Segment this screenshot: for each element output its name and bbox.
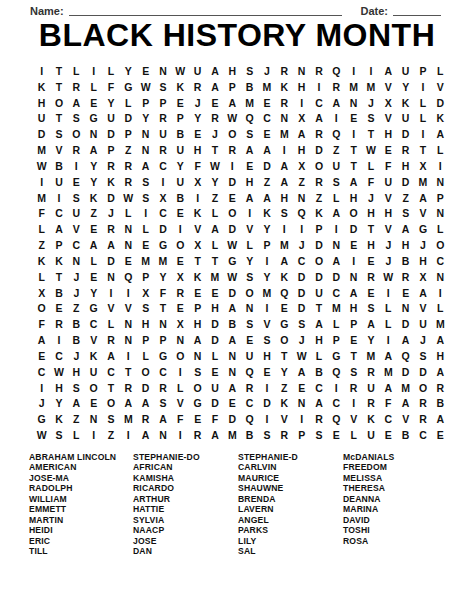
grid-cell[interactable]: N bbox=[102, 269, 119, 285]
grid-cell[interactable]: I bbox=[293, 411, 310, 427]
grid-cell[interactable]: L bbox=[137, 348, 154, 364]
grid-cell[interactable]: W bbox=[172, 63, 189, 79]
grid-cell[interactable]: Y bbox=[276, 364, 293, 380]
grid-cell[interactable]: A bbox=[276, 158, 293, 174]
grid-cell[interactable]: A bbox=[328, 95, 345, 111]
grid-cell[interactable]: T bbox=[50, 79, 67, 95]
grid-cell[interactable]: L bbox=[120, 205, 137, 221]
grid-cell[interactable]: A bbox=[380, 63, 397, 79]
grid-cell[interactable]: E bbox=[137, 237, 154, 253]
grid-cell[interactable]: D bbox=[397, 316, 414, 332]
grid-cell[interactable]: F bbox=[102, 79, 119, 95]
grid-cell[interactable]: I bbox=[414, 126, 431, 142]
grid-cell[interactable]: D bbox=[224, 174, 241, 190]
grid-cell[interactable]: H bbox=[380, 126, 397, 142]
grid-cell[interactable]: E bbox=[258, 95, 275, 111]
grid-cell[interactable]: U bbox=[154, 126, 171, 142]
grid-cell[interactable]: H bbox=[362, 237, 379, 253]
grid-cell[interactable]: R bbox=[310, 411, 327, 427]
grid-cell[interactable]: S bbox=[50, 126, 67, 142]
grid-cell[interactable]: S bbox=[397, 205, 414, 221]
grid-cell[interactable]: X bbox=[189, 237, 206, 253]
grid-cell[interactable]: I bbox=[310, 79, 327, 95]
grid-cell[interactable]: N bbox=[328, 237, 345, 253]
grid-cell[interactable]: D bbox=[206, 332, 223, 348]
grid-cell[interactable]: A bbox=[224, 95, 241, 111]
grid-cell[interactable]: H bbox=[414, 253, 431, 269]
grid-cell[interactable]: I bbox=[414, 79, 431, 95]
grid-cell[interactable]: Y bbox=[258, 221, 275, 237]
grid-cell[interactable]: L bbox=[432, 63, 449, 79]
grid-cell[interactable]: I bbox=[328, 221, 345, 237]
grid-cell[interactable]: A bbox=[414, 190, 431, 206]
grid-cell[interactable]: E bbox=[362, 285, 379, 301]
grid-cell[interactable]: I bbox=[380, 285, 397, 301]
grid-cell[interactable]: L bbox=[68, 427, 85, 443]
grid-cell[interactable]: Y bbox=[241, 253, 258, 269]
grid-cell[interactable]: H bbox=[345, 300, 362, 316]
grid-cell[interactable]: H bbox=[345, 190, 362, 206]
grid-cell[interactable]: D bbox=[345, 221, 362, 237]
grid-cell[interactable]: B bbox=[397, 427, 414, 443]
grid-cell[interactable]: V bbox=[258, 316, 275, 332]
grid-cell[interactable]: D bbox=[397, 364, 414, 380]
grid-cell[interactable]: U bbox=[172, 142, 189, 158]
grid-cell[interactable]: E bbox=[85, 221, 102, 237]
grid-cell[interactable]: R bbox=[224, 142, 241, 158]
grid-cell[interactable]: E bbox=[345, 237, 362, 253]
grid-cell[interactable]: A bbox=[397, 221, 414, 237]
grid-cell[interactable]: N bbox=[397, 300, 414, 316]
grid-cell[interactable]: L bbox=[85, 79, 102, 95]
grid-cell[interactable]: G bbox=[414, 221, 431, 237]
grid-cell[interactable]: S bbox=[137, 190, 154, 206]
grid-cell[interactable]: X bbox=[189, 174, 206, 190]
grid-cell[interactable]: S bbox=[68, 380, 85, 396]
grid-cell[interactable]: F bbox=[189, 158, 206, 174]
grid-cell[interactable]: M bbox=[258, 79, 275, 95]
grid-cell[interactable]: T bbox=[414, 142, 431, 158]
grid-cell[interactable]: M bbox=[362, 348, 379, 364]
grid-cell[interactable]: V bbox=[50, 142, 67, 158]
grid-cell[interactable]: V bbox=[380, 110, 397, 126]
grid-cell[interactable]: O bbox=[102, 395, 119, 411]
grid-cell[interactable]: H bbox=[380, 205, 397, 221]
grid-cell[interactable]: V bbox=[414, 205, 431, 221]
grid-cell[interactable]: I bbox=[432, 158, 449, 174]
grid-cell[interactable]: M bbox=[397, 380, 414, 396]
grid-cell[interactable]: E bbox=[85, 395, 102, 411]
grid-cell[interactable]: P bbox=[120, 126, 137, 142]
grid-cell[interactable]: A bbox=[328, 253, 345, 269]
grid-cell[interactable]: K bbox=[397, 95, 414, 111]
grid-cell[interactable]: B bbox=[68, 332, 85, 348]
grid-cell[interactable]: G bbox=[154, 237, 171, 253]
grid-cell[interactable]: T bbox=[50, 269, 67, 285]
grid-cell[interactable]: L bbox=[102, 63, 119, 79]
grid-cell[interactable]: Z bbox=[276, 380, 293, 396]
grid-cell[interactable]: G bbox=[276, 316, 293, 332]
grid-cell[interactable]: R bbox=[276, 427, 293, 443]
grid-cell[interactable]: I bbox=[293, 221, 310, 237]
grid-cell[interactable]: Y bbox=[85, 174, 102, 190]
grid-cell[interactable]: F bbox=[33, 316, 50, 332]
grid-cell[interactable]: R bbox=[310, 63, 327, 79]
grid-cell[interactable]: H bbox=[33, 95, 50, 111]
grid-cell[interactable]: R bbox=[120, 174, 137, 190]
grid-cell[interactable]: M bbox=[345, 79, 362, 95]
grid-cell[interactable]: C bbox=[154, 364, 171, 380]
grid-cell[interactable]: L bbox=[206, 237, 223, 253]
grid-cell[interactable]: A bbox=[328, 205, 345, 221]
grid-cell[interactable]: C bbox=[310, 380, 327, 396]
grid-cell[interactable]: O bbox=[33, 300, 50, 316]
grid-cell[interactable]: Q bbox=[328, 364, 345, 380]
grid-cell[interactable]: X bbox=[380, 95, 397, 111]
grid-cell[interactable]: A bbox=[397, 395, 414, 411]
grid-cell[interactable]: N bbox=[137, 142, 154, 158]
grid-cell[interactable]: N bbox=[241, 300, 258, 316]
grid-cell[interactable]: B bbox=[68, 316, 85, 332]
grid-cell[interactable]: K bbox=[50, 253, 67, 269]
grid-cell[interactable]: P bbox=[137, 332, 154, 348]
grid-cell[interactable]: R bbox=[276, 63, 293, 79]
grid-cell[interactable]: Q bbox=[276, 285, 293, 301]
grid-cell[interactable]: E bbox=[206, 95, 223, 111]
grid-cell[interactable]: X bbox=[414, 158, 431, 174]
grid-cell[interactable]: I bbox=[102, 285, 119, 301]
grid-cell[interactable]: U bbox=[362, 380, 379, 396]
grid-cell[interactable]: I bbox=[137, 205, 154, 221]
grid-cell[interactable]: N bbox=[293, 63, 310, 79]
grid-cell[interactable]: L bbox=[328, 316, 345, 332]
grid-cell[interactable]: S bbox=[293, 316, 310, 332]
grid-cell[interactable]: Z bbox=[258, 174, 275, 190]
grid-cell[interactable]: E bbox=[172, 253, 189, 269]
grid-cell[interactable]: M bbox=[414, 174, 431, 190]
grid-cell[interactable]: P bbox=[224, 79, 241, 95]
grid-cell[interactable]: A bbox=[293, 364, 310, 380]
grid-cell[interactable]: R bbox=[154, 380, 171, 396]
grid-cell[interactable]: T bbox=[189, 253, 206, 269]
grid-cell[interactable]: T bbox=[276, 348, 293, 364]
grid-cell[interactable]: A bbox=[310, 395, 327, 411]
grid-cell[interactable]: R bbox=[362, 269, 379, 285]
grid-cell[interactable]: R bbox=[328, 79, 345, 95]
grid-cell[interactable]: K bbox=[276, 269, 293, 285]
grid-cell[interactable]: K bbox=[310, 205, 327, 221]
grid-cell[interactable]: A bbox=[224, 300, 241, 316]
grid-cell[interactable]: U bbox=[362, 427, 379, 443]
grid-cell[interactable]: A bbox=[154, 411, 171, 427]
grid-cell[interactable]: N bbox=[293, 395, 310, 411]
grid-cell[interactable]: I bbox=[380, 332, 397, 348]
grid-cell[interactable]: S bbox=[102, 411, 119, 427]
grid-cell[interactable]: G bbox=[85, 110, 102, 126]
grid-cell[interactable]: K bbox=[189, 269, 206, 285]
grid-cell[interactable]: B bbox=[397, 253, 414, 269]
grid-cell[interactable]: Y bbox=[137, 110, 154, 126]
grid-cell[interactable]: I bbox=[293, 95, 310, 111]
grid-cell[interactable]: E bbox=[380, 142, 397, 158]
grid-cell[interactable]: R bbox=[102, 332, 119, 348]
grid-cell[interactable]: N bbox=[172, 332, 189, 348]
grid-cell[interactable]: C bbox=[102, 364, 119, 380]
grid-cell[interactable]: D bbox=[310, 142, 327, 158]
grid-cell[interactable]: H bbox=[189, 142, 206, 158]
grid-cell[interactable]: Y bbox=[120, 63, 137, 79]
grid-cell[interactable]: J bbox=[68, 285, 85, 301]
grid-cell[interactable]: D bbox=[397, 174, 414, 190]
grid-cell[interactable]: R bbox=[397, 269, 414, 285]
grid-cell[interactable]: A bbox=[432, 332, 449, 348]
grid-cell[interactable]: V bbox=[380, 79, 397, 95]
grid-cell[interactable]: J bbox=[189, 95, 206, 111]
grid-cell[interactable]: H bbox=[241, 174, 258, 190]
grid-cell[interactable]: A bbox=[432, 411, 449, 427]
grid-cell[interactable]: K bbox=[362, 411, 379, 427]
grid-cell[interactable]: A bbox=[345, 285, 362, 301]
grid-cell[interactable]: D bbox=[293, 269, 310, 285]
grid-cell[interactable]: J bbox=[68, 348, 85, 364]
grid-cell[interactable]: R bbox=[102, 221, 119, 237]
grid-cell[interactable]: N bbox=[137, 126, 154, 142]
grid-cell[interactable]: N bbox=[85, 126, 102, 142]
grid-cell[interactable]: N bbox=[120, 221, 137, 237]
grid-cell[interactable]: J bbox=[68, 269, 85, 285]
grid-cell[interactable]: K bbox=[85, 348, 102, 364]
grid-cell[interactable]: E bbox=[137, 63, 154, 79]
grid-cell[interactable]: S bbox=[154, 395, 171, 411]
grid-cell[interactable]: A bbox=[224, 332, 241, 348]
grid-cell[interactable]: K bbox=[276, 79, 293, 95]
grid-cell[interactable]: P bbox=[189, 300, 206, 316]
grid-cell[interactable]: T bbox=[345, 158, 362, 174]
grid-cell[interactable]: Y bbox=[206, 174, 223, 190]
grid-cell[interactable]: T bbox=[206, 253, 223, 269]
grid-cell[interactable]: H bbox=[397, 158, 414, 174]
grid-cell[interactable]: I bbox=[120, 348, 137, 364]
grid-cell[interactable]: S bbox=[258, 332, 275, 348]
grid-cell[interactable]: S bbox=[50, 427, 67, 443]
grid-cell[interactable]: A bbox=[68, 95, 85, 111]
grid-cell[interactable]: D bbox=[310, 237, 327, 253]
grid-cell[interactable]: Y bbox=[102, 95, 119, 111]
grid-cell[interactable]: U bbox=[397, 110, 414, 126]
grid-cell[interactable]: H bbox=[68, 364, 85, 380]
grid-cell[interactable]: E bbox=[206, 364, 223, 380]
grid-cell[interactable]: N bbox=[68, 253, 85, 269]
grid-cell[interactable]: R bbox=[120, 380, 137, 396]
grid-cell[interactable]: A bbox=[85, 142, 102, 158]
grid-cell[interactable]: I bbox=[432, 285, 449, 301]
grid-cell[interactable]: K bbox=[50, 411, 67, 427]
grid-cell[interactable]: P bbox=[137, 95, 154, 111]
grid-cell[interactable]: I bbox=[345, 126, 362, 142]
grid-cell[interactable]: O bbox=[310, 253, 327, 269]
grid-cell[interactable]: R bbox=[432, 380, 449, 396]
grid-cell[interactable]: L bbox=[432, 221, 449, 237]
grid-cell[interactable]: D bbox=[154, 221, 171, 237]
grid-cell[interactable]: W bbox=[120, 190, 137, 206]
grid-cell[interactable]: I bbox=[68, 158, 85, 174]
grid-cell[interactable]: I bbox=[85, 63, 102, 79]
grid-cell[interactable]: I bbox=[120, 427, 137, 443]
grid-cell[interactable]: T bbox=[310, 300, 327, 316]
grid-cell[interactable]: A bbox=[258, 190, 275, 206]
grid-cell[interactable]: F bbox=[380, 158, 397, 174]
grid-cell[interactable]: W bbox=[224, 269, 241, 285]
grid-cell[interactable]: L bbox=[206, 348, 223, 364]
grid-cell[interactable]: Z bbox=[120, 142, 137, 158]
grid-cell[interactable]: H bbox=[206, 300, 223, 316]
grid-cell[interactable]: N bbox=[432, 269, 449, 285]
grid-cell[interactable]: C bbox=[258, 110, 275, 126]
grid-cell[interactable]: I bbox=[362, 63, 379, 79]
grid-cell[interactable]: C bbox=[293, 253, 310, 269]
grid-cell[interactable]: I bbox=[258, 253, 275, 269]
grid-cell[interactable]: E bbox=[345, 110, 362, 126]
grid-cell[interactable]: D bbox=[102, 253, 119, 269]
grid-cell[interactable]: P bbox=[414, 63, 431, 79]
grid-cell[interactable]: R bbox=[241, 380, 258, 396]
grid-cell[interactable]: S bbox=[154, 79, 171, 95]
grid-cell[interactable]: D bbox=[206, 316, 223, 332]
grid-cell[interactable]: A bbox=[206, 63, 223, 79]
grid-cell[interactable]: F bbox=[380, 395, 397, 411]
grid-cell[interactable]: L bbox=[120, 95, 137, 111]
grid-cell[interactable]: B bbox=[310, 364, 327, 380]
grid-cell[interactable]: E bbox=[258, 364, 275, 380]
grid-cell[interactable]: S bbox=[362, 300, 379, 316]
grid-cell[interactable]: V bbox=[414, 300, 431, 316]
grid-cell[interactable]: U bbox=[102, 110, 119, 126]
grid-cell[interactable]: H bbox=[362, 205, 379, 221]
grid-cell[interactable]: B bbox=[241, 79, 258, 95]
grid-cell[interactable]: O bbox=[85, 380, 102, 396]
grid-cell[interactable]: F bbox=[33, 205, 50, 221]
grid-cell[interactable]: E bbox=[397, 285, 414, 301]
grid-cell[interactable]: T bbox=[345, 142, 362, 158]
grid-cell[interactable]: N bbox=[432, 174, 449, 190]
grid-cell[interactable]: I bbox=[172, 427, 189, 443]
grid-cell[interactable]: K bbox=[85, 190, 102, 206]
grid-cell[interactable]: K bbox=[33, 79, 50, 95]
grid-cell[interactable]: B bbox=[172, 126, 189, 142]
grid-cell[interactable]: E bbox=[345, 332, 362, 348]
grid-cell[interactable]: M bbox=[206, 269, 223, 285]
grid-cell[interactable]: X bbox=[172, 316, 189, 332]
grid-cell[interactable]: Y bbox=[258, 269, 275, 285]
grid-cell[interactable]: F bbox=[206, 411, 223, 427]
grid-cell[interactable]: E bbox=[276, 300, 293, 316]
grid-cell[interactable]: Y bbox=[85, 158, 102, 174]
grid-cell[interactable]: L bbox=[68, 63, 85, 79]
grid-cell[interactable]: E bbox=[224, 190, 241, 206]
grid-cell[interactable]: K bbox=[258, 205, 275, 221]
grid-cell[interactable]: N bbox=[154, 427, 171, 443]
grid-cell[interactable]: N bbox=[224, 348, 241, 364]
grid-cell[interactable]: U bbox=[380, 174, 397, 190]
grid-cell[interactable]: G bbox=[328, 348, 345, 364]
grid-cell[interactable]: I bbox=[85, 427, 102, 443]
grid-cell[interactable]: H bbox=[293, 142, 310, 158]
grid-cell[interactable]: S bbox=[241, 269, 258, 285]
grid-cell[interactable]: N bbox=[345, 269, 362, 285]
grid-cell[interactable]: Y bbox=[189, 110, 206, 126]
grid-cell[interactable]: S bbox=[189, 364, 206, 380]
grid-cell[interactable]: S bbox=[241, 316, 258, 332]
grid-cell[interactable]: A bbox=[241, 190, 258, 206]
grid-cell[interactable]: R bbox=[189, 79, 206, 95]
grid-cell[interactable]: I bbox=[241, 205, 258, 221]
grid-cell[interactable]: O bbox=[224, 126, 241, 142]
grid-cell[interactable]: S bbox=[328, 174, 345, 190]
grid-cell[interactable]: Q bbox=[241, 364, 258, 380]
grid-cell[interactable]: Q bbox=[293, 205, 310, 221]
grid-cell[interactable]: H bbox=[189, 316, 206, 332]
grid-cell[interactable]: L bbox=[241, 237, 258, 253]
grid-cell[interactable]: X bbox=[154, 190, 171, 206]
grid-cell[interactable]: M bbox=[241, 95, 258, 111]
grid-cell[interactable]: P bbox=[154, 95, 171, 111]
grid-cell[interactable]: Y bbox=[154, 269, 171, 285]
grid-cell[interactable]: L bbox=[85, 253, 102, 269]
grid-cell[interactable]: L bbox=[414, 95, 431, 111]
grid-cell[interactable]: I bbox=[33, 380, 50, 396]
grid-cell[interactable]: P bbox=[258, 237, 275, 253]
grid-cell[interactable]: Z bbox=[68, 300, 85, 316]
grid-cell[interactable]: M bbox=[33, 142, 50, 158]
grid-cell[interactable]: V bbox=[102, 300, 119, 316]
grid-cell[interactable]: P bbox=[345, 316, 362, 332]
grid-cell[interactable]: S bbox=[241, 63, 258, 79]
grid-cell[interactable]: N bbox=[120, 316, 137, 332]
grid-cell[interactable]: D bbox=[224, 221, 241, 237]
grid-cell[interactable]: A bbox=[224, 380, 241, 396]
grid-cell[interactable]: A bbox=[206, 221, 223, 237]
grid-cell[interactable]: W bbox=[224, 110, 241, 126]
grid-cell[interactable]: B bbox=[50, 158, 67, 174]
grid-cell[interactable]: R bbox=[310, 174, 327, 190]
grid-cell[interactable]: P bbox=[328, 332, 345, 348]
grid-cell[interactable]: A bbox=[310, 316, 327, 332]
grid-cell[interactable]: E bbox=[206, 285, 223, 301]
grid-cell[interactable]: N bbox=[432, 205, 449, 221]
grid-cell[interactable]: I bbox=[189, 190, 206, 206]
grid-cell[interactable]: S bbox=[137, 300, 154, 316]
grid-cell[interactable]: K bbox=[172, 79, 189, 95]
grid-cell[interactable]: N bbox=[276, 110, 293, 126]
grid-cell[interactable]: L bbox=[310, 348, 327, 364]
grid-cell[interactable]: O bbox=[345, 205, 362, 221]
grid-cell[interactable]: E bbox=[258, 126, 275, 142]
grid-cell[interactable]: R bbox=[414, 411, 431, 427]
grid-cell[interactable]: C bbox=[328, 285, 345, 301]
grid-cell[interactable]: A bbox=[189, 332, 206, 348]
grid-cell[interactable]: I bbox=[50, 332, 67, 348]
grid-cell[interactable]: R bbox=[397, 142, 414, 158]
grid-cell[interactable]: V bbox=[68, 221, 85, 237]
grid-cell[interactable]: I bbox=[50, 190, 67, 206]
grid-cell[interactable]: S bbox=[362, 110, 379, 126]
grid-cell[interactable]: G bbox=[224, 253, 241, 269]
grid-cell[interactable]: Y bbox=[362, 332, 379, 348]
grid-cell[interactable]: S bbox=[310, 427, 327, 443]
grid-cell[interactable]: B bbox=[432, 395, 449, 411]
grid-cell[interactable]: G bbox=[120, 79, 137, 95]
grid-cell[interactable]: L bbox=[172, 380, 189, 396]
